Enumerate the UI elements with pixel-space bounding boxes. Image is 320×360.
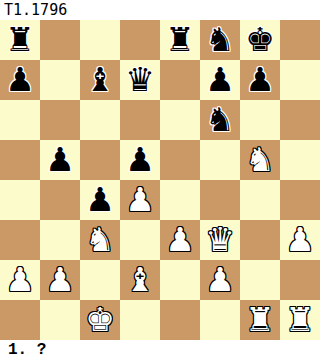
square-c1[interactable]: ♚ [80,300,120,340]
piece-black-pawn: ♟ [45,140,75,180]
piece-white-knight: ♞ [245,140,275,180]
move-prompt: 1. ? [0,340,320,360]
piece-black-pawn: ♟ [125,140,155,180]
square-h7[interactable] [280,60,320,100]
piece-white-pawn: ♟ [165,220,195,260]
square-h5[interactable] [280,140,320,180]
square-a1[interactable] [0,300,40,340]
piece-black-knight: ♞ [205,100,235,140]
piece-white-pawn: ♟ [125,180,155,220]
square-g2[interactable] [240,260,280,300]
piece-black-knight: ♞ [205,20,235,60]
square-a3[interactable] [0,220,40,260]
piece-white-queen: ♛ [205,220,235,260]
square-a7[interactable]: ♟ [0,60,40,100]
square-h6[interactable] [280,100,320,140]
square-d7[interactable]: ♛ [120,60,160,100]
square-f5[interactable] [200,140,240,180]
square-b2[interactable]: ♟ [40,260,80,300]
chess-board: ♜♜♞♚♟♝♛♟♟♞♟♟♞♟♟♞♟♛♟♟♟♝♟♚♜♜ [0,20,320,340]
piece-white-king: ♚ [85,300,115,340]
piece-black-rook: ♜ [165,20,195,60]
square-a2[interactable]: ♟ [0,260,40,300]
square-b6[interactable] [40,100,80,140]
piece-white-knight: ♞ [85,220,115,260]
square-b8[interactable] [40,20,80,60]
piece-black-bishop: ♝ [85,60,115,100]
square-h2[interactable] [280,260,320,300]
square-f8[interactable]: ♞ [200,20,240,60]
piece-white-rook: ♜ [285,300,315,340]
square-d2[interactable]: ♝ [120,260,160,300]
square-f2[interactable]: ♟ [200,260,240,300]
square-d8[interactable] [120,20,160,60]
square-g7[interactable]: ♟ [240,60,280,100]
piece-black-rook: ♜ [5,20,35,60]
piece-black-queen: ♛ [125,60,155,100]
square-g5[interactable]: ♞ [240,140,280,180]
square-d1[interactable] [120,300,160,340]
square-h3[interactable]: ♟ [280,220,320,260]
piece-black-pawn: ♟ [245,60,275,100]
square-b3[interactable] [40,220,80,260]
square-c5[interactable] [80,140,120,180]
square-h4[interactable] [280,180,320,220]
puzzle-title: T1.1796 [0,0,320,20]
square-g3[interactable] [240,220,280,260]
square-d4[interactable]: ♟ [120,180,160,220]
piece-black-pawn: ♟ [5,60,35,100]
square-g8[interactable]: ♚ [240,20,280,60]
square-e4[interactable] [160,180,200,220]
square-d3[interactable] [120,220,160,260]
square-e6[interactable] [160,100,200,140]
square-a8[interactable]: ♜ [0,20,40,60]
piece-black-king: ♚ [245,20,275,60]
square-b5[interactable]: ♟ [40,140,80,180]
piece-white-pawn: ♟ [45,260,75,300]
square-b7[interactable] [40,60,80,100]
square-f6[interactable]: ♞ [200,100,240,140]
square-f4[interactable] [200,180,240,220]
square-g4[interactable] [240,180,280,220]
square-d5[interactable]: ♟ [120,140,160,180]
square-h8[interactable] [280,20,320,60]
square-c6[interactable] [80,100,120,140]
square-d6[interactable] [120,100,160,140]
square-e8[interactable]: ♜ [160,20,200,60]
square-f3[interactable]: ♛ [200,220,240,260]
square-c7[interactable]: ♝ [80,60,120,100]
piece-white-rook: ♜ [245,300,275,340]
piece-white-pawn: ♟ [285,220,315,260]
square-c4[interactable]: ♟ [80,180,120,220]
piece-black-pawn: ♟ [85,180,115,220]
square-e3[interactable]: ♟ [160,220,200,260]
square-a5[interactable] [0,140,40,180]
square-g6[interactable] [240,100,280,140]
chess-diagram-window: T1.1796 ♜♜♞♚♟♝♛♟♟♞♟♟♞♟♟♞♟♛♟♟♟♝♟♚♜♜ 1. ? [0,0,320,360]
square-c8[interactable] [80,20,120,60]
square-c2[interactable] [80,260,120,300]
piece-black-pawn: ♟ [205,60,235,100]
square-e2[interactable] [160,260,200,300]
square-a6[interactable] [0,100,40,140]
piece-white-pawn: ♟ [5,260,35,300]
square-e1[interactable] [160,300,200,340]
piece-white-bishop: ♝ [125,260,155,300]
square-b1[interactable] [40,300,80,340]
square-g1[interactable]: ♜ [240,300,280,340]
square-a4[interactable] [0,180,40,220]
square-f7[interactable]: ♟ [200,60,240,100]
square-e7[interactable] [160,60,200,100]
square-h1[interactable]: ♜ [280,300,320,340]
square-e5[interactable] [160,140,200,180]
square-f1[interactable] [200,300,240,340]
piece-white-pawn: ♟ [205,260,235,300]
square-b4[interactable] [40,180,80,220]
square-c3[interactable]: ♞ [80,220,120,260]
